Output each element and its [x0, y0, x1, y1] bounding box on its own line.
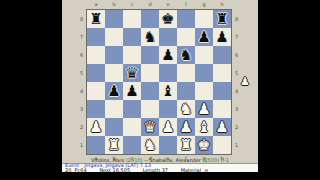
- square-c6: [123, 46, 141, 64]
- square-g7: ♟: [195, 28, 213, 46]
- square-b5: [105, 64, 123, 82]
- white-pawn-icon: ♟: [87, 118, 105, 136]
- black-rook-icon: ♜: [213, 10, 231, 28]
- caption-bottom-bar: [62, 172, 258, 180]
- rank-label-6: 6: [233, 46, 240, 64]
- white-pawn-icon: ♟: [177, 118, 195, 136]
- rank-label-3: 3: [78, 100, 85, 118]
- rank-label-1: 1: [78, 136, 85, 154]
- file-label-e: e: [159, 1, 177, 8]
- chess-board: ♜♚♜♞♟♟♟♞♛♟♟♝♞♟♟♛♟♟♝♟♜♞♜♚: [86, 9, 232, 155]
- white-pawn-icon: ♟: [159, 118, 177, 136]
- rank-label-2: 2: [233, 118, 240, 136]
- white-king-icon: ♚: [195, 136, 213, 154]
- square-d6: [141, 46, 159, 64]
- side-to-move-pawn-icon: ♟: [238, 75, 252, 89]
- square-f3: ♞: [177, 100, 195, 118]
- square-d8: [141, 10, 159, 28]
- square-c4: ♟: [123, 82, 141, 100]
- square-f5: [177, 64, 195, 82]
- white-rook-icon: ♜: [105, 136, 123, 154]
- square-c8: [123, 10, 141, 28]
- square-h8: ♜: [213, 10, 231, 28]
- square-e1: [159, 136, 177, 154]
- square-c7: [123, 28, 141, 46]
- white-rook-icon: ♜: [177, 136, 195, 154]
- square-c3: [123, 100, 141, 118]
- square-a5: [87, 64, 105, 82]
- file-label-d: d: [141, 1, 159, 8]
- square-h6: [213, 46, 231, 64]
- black-pawn-icon: ♟: [195, 28, 213, 46]
- black-bishop-icon: ♝: [159, 82, 177, 100]
- square-f8: [177, 10, 195, 28]
- black-pawn-icon: ♟: [159, 46, 177, 64]
- square-g8: [195, 10, 213, 28]
- white-knight-icon: ♞: [177, 100, 195, 118]
- file-label-h: h: [213, 1, 231, 8]
- rank-labels-left: 87654321: [78, 10, 85, 154]
- square-a3: [87, 100, 105, 118]
- square-d3: [141, 100, 159, 118]
- square-b2: [105, 118, 123, 136]
- white-knight-icon: ♞: [141, 136, 159, 154]
- square-d1: ♞: [141, 136, 159, 154]
- file-labels-top: abcdefgh: [87, 1, 231, 8]
- square-h1: [213, 136, 231, 154]
- square-g3: ♟: [195, 100, 213, 118]
- square-d5: [141, 64, 159, 82]
- square-h5: [213, 64, 231, 82]
- square-a7: [87, 28, 105, 46]
- black-knight-icon: ♞: [177, 46, 195, 64]
- video-frame: abcdefgh abcdefgh 87654321 87654321 ♜♚♜♞…: [0, 0, 320, 180]
- black-pawn-icon: ♟: [105, 82, 123, 100]
- rank-label-7: 7: [78, 28, 85, 46]
- file-label-b: b: [105, 1, 123, 8]
- rank-label-8: 8: [78, 10, 85, 28]
- square-b6: [105, 46, 123, 64]
- letterbox-right: [258, 0, 320, 180]
- square-a2: ♟: [87, 118, 105, 136]
- white-pawn-icon: ♟: [195, 100, 213, 118]
- square-h7: ♟: [213, 28, 231, 46]
- letterbox-left: [0, 0, 62, 180]
- square-b1: ♜: [105, 136, 123, 154]
- black-rook-icon: ♜: [87, 10, 105, 28]
- square-e2: ♟: [159, 118, 177, 136]
- file-label-c: c: [123, 1, 141, 8]
- square-d7: ♞: [141, 28, 159, 46]
- square-e3: [159, 100, 177, 118]
- square-e8: ♚: [159, 10, 177, 28]
- square-h4: [213, 82, 231, 100]
- rank-label-7: 7: [233, 28, 240, 46]
- square-a6: [87, 46, 105, 64]
- white-bishop-icon: ♝: [195, 118, 213, 136]
- rank-label-2: 2: [78, 118, 85, 136]
- black-pawn-icon: ♟: [123, 82, 141, 100]
- square-e5: [159, 64, 177, 82]
- square-e4: ♝: [159, 82, 177, 100]
- square-e6: ♟: [159, 46, 177, 64]
- rank-label-6: 6: [78, 46, 85, 64]
- square-b8: [105, 10, 123, 28]
- white-queen-icon: ♛: [141, 118, 159, 136]
- square-g1: ♚: [195, 136, 213, 154]
- square-g2: ♝: [195, 118, 213, 136]
- rank-label-8: 8: [233, 10, 240, 28]
- black-queen-icon: ♛: [123, 64, 141, 82]
- square-f2: ♟: [177, 118, 195, 136]
- chess-gui-panel: abcdefgh abcdefgh 87654321 87654321 ♜♚♜♞…: [62, 0, 258, 172]
- square-f6: ♞: [177, 46, 195, 64]
- square-h2: ♟: [213, 118, 231, 136]
- black-pawn-icon: ♟: [213, 28, 231, 46]
- square-d2: ♛: [141, 118, 159, 136]
- square-d4: [141, 82, 159, 100]
- square-f4: [177, 82, 195, 100]
- square-a1: [87, 136, 105, 154]
- file-label-f: f: [177, 1, 195, 8]
- square-g5: [195, 64, 213, 82]
- square-h3: [213, 100, 231, 118]
- square-g4: [195, 82, 213, 100]
- square-c1: [123, 136, 141, 154]
- black-king-icon: ♚: [159, 10, 177, 28]
- square-b7: [105, 28, 123, 46]
- square-g6: [195, 46, 213, 64]
- file-label-g: g: [195, 1, 213, 8]
- square-b3: [105, 100, 123, 118]
- file-label-a: a: [87, 1, 105, 8]
- white-pawn-icon: ♟: [213, 118, 231, 136]
- square-e7: [159, 28, 177, 46]
- rank-label-5: 5: [78, 64, 85, 82]
- rank-label-4: 4: [78, 82, 85, 100]
- square-a8: ♜: [87, 10, 105, 28]
- square-f1: ♜: [177, 136, 195, 154]
- square-a4: [87, 82, 105, 100]
- square-f7: [177, 28, 195, 46]
- black-knight-icon: ♞: [141, 28, 159, 46]
- rank-label-1: 1: [233, 136, 240, 154]
- rank-label-3: 3: [233, 100, 240, 118]
- square-c2: [123, 118, 141, 136]
- square-c5: ♛: [123, 64, 141, 82]
- square-b4: ♟: [105, 82, 123, 100]
